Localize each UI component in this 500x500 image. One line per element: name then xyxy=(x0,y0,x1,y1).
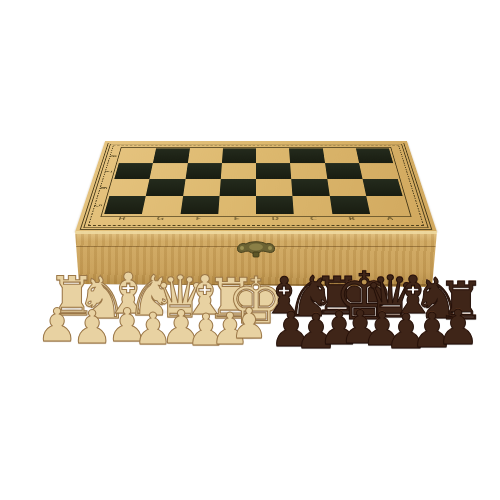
board-square xyxy=(291,179,329,196)
board-square xyxy=(362,179,402,196)
board-square xyxy=(366,196,408,214)
file-label: H xyxy=(118,216,126,221)
chess-piece-light-pawn: ♟ xyxy=(230,303,268,345)
board-square xyxy=(329,196,370,214)
board-square xyxy=(109,179,149,196)
board-square xyxy=(219,179,256,196)
file-label: E xyxy=(234,216,240,221)
board-square xyxy=(114,163,153,179)
board-square xyxy=(256,179,293,196)
board-square xyxy=(359,163,398,179)
board-square xyxy=(293,196,332,214)
rank-label: 6 xyxy=(99,186,108,188)
board-square xyxy=(322,148,358,163)
board-square xyxy=(104,196,146,214)
board-square xyxy=(183,179,221,196)
product-photo: HGFEDCBA 8765 ♜♞♝♞♛♝♜♚♝♞♜♚♛♝♞♜♟♟♟♟♟♟♟♟♟♟… xyxy=(0,0,500,500)
board-square xyxy=(256,196,294,214)
rank-label: 8 xyxy=(109,155,117,157)
board-square xyxy=(325,163,363,179)
board-square xyxy=(153,148,189,163)
board-square xyxy=(222,148,256,163)
board-square xyxy=(185,163,222,179)
board-square xyxy=(327,179,366,196)
board-square xyxy=(256,163,291,179)
board-square xyxy=(187,148,222,163)
board-square xyxy=(218,196,256,214)
rank-label: 7 xyxy=(104,170,113,172)
file-label: B xyxy=(348,216,355,221)
lid-edge-bevel xyxy=(74,231,438,234)
board-square xyxy=(356,148,394,163)
checkerboard-grid xyxy=(104,148,408,214)
file-label: G xyxy=(156,216,164,221)
rank-label: 5 xyxy=(93,204,102,207)
board-square xyxy=(290,163,327,179)
file-label: A xyxy=(386,216,393,221)
board-square xyxy=(221,163,256,179)
file-label: C xyxy=(310,216,317,221)
file-label: D xyxy=(272,216,279,221)
chess-box-lid: HGFEDCBA 8765 xyxy=(75,42,437,232)
board-square xyxy=(119,148,157,163)
board-square xyxy=(150,163,188,179)
board-square xyxy=(142,196,183,214)
board-square xyxy=(289,148,324,163)
board-square xyxy=(256,148,290,163)
board-top-face: HGFEDCBA 8765 xyxy=(75,141,437,232)
chess-piece-dark-pawn: ♟ xyxy=(436,303,479,351)
board-square xyxy=(146,179,185,196)
brass-clasp-icon xyxy=(234,239,278,259)
board-square xyxy=(180,196,219,214)
file-label: F xyxy=(196,216,202,221)
